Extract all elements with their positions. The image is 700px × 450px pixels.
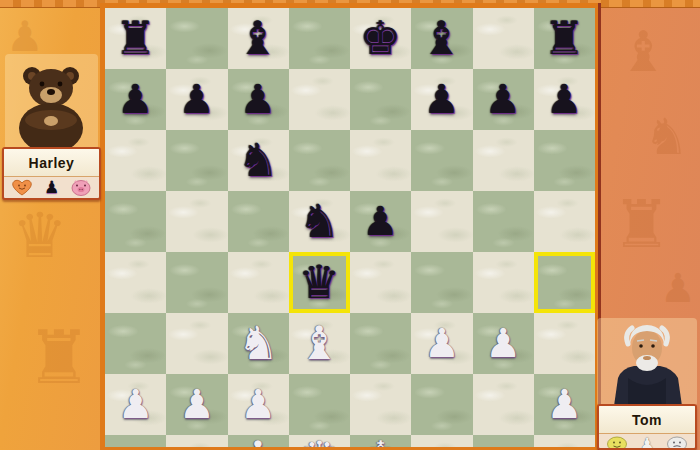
black-player-icons: ♟ <box>4 177 99 198</box>
square-h5[interactable] <box>534 191 595 252</box>
square-g5[interactable] <box>473 191 534 252</box>
black-side-pawn-icon: ♟ <box>44 178 59 196</box>
elderly-man-avatar <box>600 320 694 406</box>
piece-white-pawn[interactable]: ♟ <box>179 374 215 435</box>
square-h6[interactable] <box>534 130 595 191</box>
square-d8[interactable] <box>289 8 350 69</box>
square-c3[interactable]: ♞ <box>228 313 289 374</box>
square-a7[interactable]: ♟ <box>105 69 166 130</box>
square-c8[interactable]: ♝ <box>228 8 289 69</box>
square-e7[interactable] <box>350 69 411 130</box>
black-player-card: Harley ♟ <box>2 147 101 200</box>
square-b4[interactable] <box>166 252 227 313</box>
game-window: ♛ ♜ ♟ ♝ ♞ ♜ ♟ ♜♝♚♝♜♟♟♟♟♟♟♞♞♟♛♞♝♟♟♟♟♟♟♝♛♚… <box>0 0 700 450</box>
square-e6[interactable] <box>350 130 411 191</box>
square-c6[interactable]: ♞ <box>228 130 289 191</box>
piece-black-pawn[interactable]: ♟ <box>179 69 215 130</box>
square-b5[interactable] <box>166 191 227 252</box>
piece-white-bishop[interactable]: ♝ <box>238 428 279 447</box>
piece-white-bishop[interactable]: ♝ <box>299 313 340 374</box>
pig-face-icon[interactable] <box>70 179 92 196</box>
piece-white-pawn[interactable]: ♟ <box>240 374 276 435</box>
black-player-name: Harley <box>4 149 99 177</box>
square-f5[interactable] <box>411 191 472 252</box>
bear-avatar <box>8 58 96 150</box>
square-a6[interactable] <box>105 130 166 191</box>
square-a1[interactable] <box>105 435 166 447</box>
square-f7[interactable]: ♟ <box>411 69 472 130</box>
piece-black-queen[interactable]: ♛ <box>299 252 340 313</box>
square-e1[interactable]: ♚ <box>350 435 411 447</box>
square-b6[interactable] <box>166 130 227 191</box>
square-c5[interactable] <box>228 191 289 252</box>
square-e8[interactable]: ♚ <box>350 8 411 69</box>
white-player-icons: ♟ <box>599 434 695 450</box>
piece-black-bishop[interactable]: ♝ <box>238 8 279 69</box>
background-rook2-sketch-icon: ♜ <box>612 192 671 258</box>
piece-black-pawn[interactable]: ♟ <box>546 69 582 130</box>
square-c2[interactable]: ♟ <box>228 374 289 435</box>
piece-black-king[interactable]: ♚ <box>360 8 401 69</box>
background-pawn-sketch-icon: ♟ <box>6 16 44 58</box>
yellow-smiley-icon[interactable] <box>606 436 628 450</box>
piece-white-pawn[interactable]: ♟ <box>118 374 154 435</box>
square-f3[interactable]: ♟ <box>411 313 472 374</box>
square-b3[interactable] <box>166 313 227 374</box>
background-rook-sketch-icon: ♜ <box>26 320 92 394</box>
square-h4[interactable] <box>534 252 595 313</box>
square-c7[interactable]: ♟ <box>228 69 289 130</box>
square-a3[interactable] <box>105 313 166 374</box>
square-d2[interactable] <box>289 374 350 435</box>
background-pawn2-sketch-icon: ♟ <box>660 268 696 308</box>
piece-white-pawn[interactable]: ♟ <box>546 374 582 435</box>
square-h3[interactable] <box>534 313 595 374</box>
square-f8[interactable]: ♝ <box>411 8 472 69</box>
white-side-pawn-icon: ♟ <box>639 435 654 450</box>
square-d4[interactable]: ♛ <box>289 252 350 313</box>
square-b1[interactable] <box>166 435 227 447</box>
square-h7[interactable]: ♟ <box>534 69 595 130</box>
piece-black-pawn[interactable]: ♟ <box>118 69 154 130</box>
square-a5[interactable] <box>105 191 166 252</box>
square-h1[interactable] <box>534 435 595 447</box>
piece-black-pawn[interactable]: ♟ <box>240 69 276 130</box>
square-h2[interactable]: ♟ <box>534 374 595 435</box>
piece-black-rook[interactable]: ♜ <box>544 8 585 69</box>
square-g6[interactable] <box>473 130 534 191</box>
background-queen-sketch-icon: ♛ <box>12 205 68 267</box>
square-g2[interactable] <box>473 374 534 435</box>
piece-black-pawn[interactable]: ♟ <box>363 191 399 252</box>
piece-black-knight[interactable]: ♞ <box>299 191 340 252</box>
square-b2[interactable]: ♟ <box>166 374 227 435</box>
square-b8[interactable] <box>166 8 227 69</box>
piece-black-knight[interactable]: ♞ <box>238 130 279 191</box>
white-player-card: Tom ♟ <box>597 404 697 450</box>
square-f6[interactable] <box>411 130 472 191</box>
piece-black-bishop[interactable]: ♝ <box>421 8 462 69</box>
square-a8[interactable]: ♜ <box>105 8 166 69</box>
piece-white-knight[interactable]: ♞ <box>238 313 279 374</box>
piece-white-pawn[interactable]: ♟ <box>424 313 460 374</box>
square-d7[interactable] <box>289 69 350 130</box>
square-e3[interactable] <box>350 313 411 374</box>
piece-white-queen[interactable]: ♛ <box>299 428 340 447</box>
heart-face-icon[interactable] <box>11 179 33 196</box>
square-d6[interactable] <box>289 130 350 191</box>
piece-black-pawn[interactable]: ♟ <box>424 69 460 130</box>
square-e5[interactable]: ♟ <box>350 191 411 252</box>
square-f1[interactable] <box>411 435 472 447</box>
square-a2[interactable]: ♟ <box>105 374 166 435</box>
square-d3[interactable]: ♝ <box>289 313 350 374</box>
square-a4[interactable] <box>105 252 166 313</box>
background-knight-sketch-icon: ♞ <box>644 112 689 162</box>
gray-smiley-icon[interactable] <box>666 436 688 450</box>
square-c4[interactable] <box>228 252 289 313</box>
square-g7[interactable]: ♟ <box>473 69 534 130</box>
piece-white-king[interactable]: ♚ <box>360 428 401 447</box>
square-g3[interactable]: ♟ <box>473 313 534 374</box>
piece-white-pawn[interactable]: ♟ <box>485 313 521 374</box>
square-h8[interactable]: ♜ <box>534 8 595 69</box>
square-d5[interactable]: ♞ <box>289 191 350 252</box>
square-d1[interactable]: ♛ <box>289 435 350 447</box>
square-c1[interactable]: ♝ <box>228 435 289 447</box>
square-e2[interactable] <box>350 374 411 435</box>
board-frame: ♜♝♚♝♜♟♟♟♟♟♟♞♞♟♛♞♝♟♟♟♟♟♟♝♛♚ <box>100 3 601 450</box>
square-g1[interactable] <box>473 435 534 447</box>
square-b7[interactable]: ♟ <box>166 69 227 130</box>
white-player-name: Tom <box>599 406 695 434</box>
background-bishop-sketch-icon: ♝ <box>618 24 668 80</box>
chess-board: ♜♝♚♝♜♟♟♟♟♟♟♞♞♟♛♞♝♟♟♟♟♟♟♝♛♚ <box>105 8 595 447</box>
square-g8[interactable] <box>473 8 534 69</box>
piece-black-rook[interactable]: ♜ <box>115 8 156 69</box>
square-e4[interactable] <box>350 252 411 313</box>
square-f4[interactable] <box>411 252 472 313</box>
square-f2[interactable] <box>411 374 472 435</box>
square-g4[interactable] <box>473 252 534 313</box>
piece-black-pawn[interactable]: ♟ <box>485 69 521 130</box>
